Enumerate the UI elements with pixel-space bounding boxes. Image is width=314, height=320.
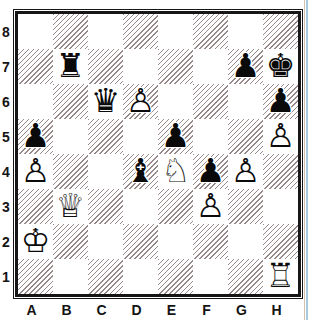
pawn-icon: ♟ <box>228 48 263 83</box>
square-c4 <box>88 154 123 189</box>
square-h6: ♟♟ <box>263 84 298 119</box>
square-f8 <box>193 14 228 49</box>
square-d4: ♝♝ <box>123 154 158 189</box>
square-b4 <box>53 154 88 189</box>
square-g7: ♟♟ <box>228 49 263 84</box>
piece-white-pawn-g4: ♟♙ <box>228 154 263 189</box>
piece-black-king-h7: ♚♚ <box>263 49 298 84</box>
piece-white-pawn-f3: ♟♙ <box>193 189 228 224</box>
square-h5: ♟♙ <box>263 119 298 154</box>
square-e1 <box>158 259 193 294</box>
square-b1 <box>53 259 88 294</box>
square-f6 <box>193 84 228 119</box>
square-e6 <box>158 84 193 119</box>
square-c1 <box>88 259 123 294</box>
knight-icon: ♘ <box>158 153 193 188</box>
square-d5 <box>123 119 158 154</box>
rank-label-8: 8 <box>0 14 12 49</box>
piece-white-king-a2: ♚♔ <box>18 224 53 259</box>
piece-white-pawn-a4: ♟♙ <box>18 154 53 189</box>
piece-black-pawn-f4: ♟♟ <box>193 154 228 189</box>
square-b8 <box>53 14 88 49</box>
file-label-g: G <box>224 301 259 319</box>
square-e8 <box>158 14 193 49</box>
square-d7 <box>123 49 158 84</box>
queen-icon: ♛ <box>88 83 123 118</box>
rook-icon: ♖ <box>263 258 298 293</box>
square-g6 <box>228 84 263 119</box>
square-g4: ♟♙ <box>228 154 263 189</box>
square-c2 <box>88 224 123 259</box>
square-g1 <box>228 259 263 294</box>
square-c7 <box>88 49 123 84</box>
square-f4: ♟♟ <box>193 154 228 189</box>
pawn-icon: ♙ <box>123 83 158 118</box>
square-a8 <box>18 14 53 49</box>
square-e2 <box>158 224 193 259</box>
square-h1: ♜♖ <box>263 259 298 294</box>
square-a7 <box>18 49 53 84</box>
board-frame: ♜♜♟♟♚♚♛♛♟♙♟♟♟♟♟♟♟♙♟♙♝♝♞♘♟♟♟♙♛♕♟♙♚♔♜♖ <box>13 9 303 299</box>
pawn-icon: ♙ <box>18 153 53 188</box>
file-label-h: H <box>259 301 294 319</box>
square-a4: ♟♙ <box>18 154 53 189</box>
rank-label-1: 1 <box>0 259 12 294</box>
square-b3: ♛♕ <box>53 189 88 224</box>
square-d3 <box>123 189 158 224</box>
square-g2 <box>228 224 263 259</box>
square-e5: ♟♟ <box>158 119 193 154</box>
square-h2 <box>263 224 298 259</box>
piece-black-pawn-a5: ♟♟ <box>18 119 53 154</box>
piece-black-pawn-g7: ♟♟ <box>228 49 263 84</box>
square-b7: ♜♜ <box>53 49 88 84</box>
pawn-icon: ♟ <box>18 118 53 153</box>
pawn-icon: ♟ <box>158 118 193 153</box>
pawn-icon: ♙ <box>228 153 263 188</box>
image-border-tan-line <box>304 0 305 320</box>
piece-white-pawn-h5: ♟♙ <box>263 119 298 154</box>
square-a6 <box>18 84 53 119</box>
square-h8 <box>263 14 298 49</box>
square-c6: ♛♛ <box>88 84 123 119</box>
rank-label-6: 6 <box>0 84 12 119</box>
square-d8 <box>123 14 158 49</box>
square-h7: ♚♚ <box>263 49 298 84</box>
square-a5: ♟♟ <box>18 119 53 154</box>
rank-label-5: 5 <box>0 119 12 154</box>
square-c8 <box>88 14 123 49</box>
square-f1 <box>193 259 228 294</box>
square-e4: ♞♘ <box>158 154 193 189</box>
image-border-blue-line <box>306 0 308 320</box>
board-grid: ♜♜♟♟♚♚♛♛♟♙♟♟♟♟♟♟♟♙♟♙♝♝♞♘♟♟♟♙♛♕♟♙♚♔♜♖ <box>18 14 298 294</box>
pawn-icon: ♙ <box>193 188 228 223</box>
queen-icon: ♕ <box>53 188 88 223</box>
square-d1 <box>123 259 158 294</box>
square-d6: ♟♙ <box>123 84 158 119</box>
square-a2: ♚♔ <box>18 224 53 259</box>
square-a1 <box>18 259 53 294</box>
square-c3 <box>88 189 123 224</box>
piece-black-pawn-h6: ♟♟ <box>263 84 298 119</box>
pawn-icon: ♟ <box>193 153 228 188</box>
file-label-b: B <box>49 301 84 319</box>
rank-label-4: 4 <box>0 154 12 189</box>
rank-label-3: 3 <box>0 189 12 224</box>
bishop-icon: ♝ <box>123 153 158 188</box>
square-e3 <box>158 189 193 224</box>
square-g5 <box>228 119 263 154</box>
file-label-d: D <box>119 301 154 319</box>
square-b2 <box>53 224 88 259</box>
piece-black-pawn-e5: ♟♟ <box>158 119 193 154</box>
file-label-e: E <box>154 301 189 319</box>
rook-icon: ♜ <box>53 48 88 83</box>
chess-diagram: 87654321 ♜♜♟♟♚♚♛♛♟♙♟♟♟♟♟♟♟♙♟♙♝♝♞♘♟♟♟♙♛♕♟… <box>0 0 314 320</box>
square-b6 <box>53 84 88 119</box>
file-labels: ABCDEFGH <box>14 301 294 319</box>
piece-white-queen-b3: ♛♕ <box>53 189 88 224</box>
board-inner-frame: ♜♜♟♟♚♚♛♛♟♙♟♟♟♟♟♟♟♙♟♙♝♝♞♘♟♟♟♙♛♕♟♙♚♔♜♖ <box>15 11 301 297</box>
rank-label-2: 2 <box>0 224 12 259</box>
square-g3 <box>228 189 263 224</box>
square-g8 <box>228 14 263 49</box>
square-e7 <box>158 49 193 84</box>
square-d2 <box>123 224 158 259</box>
square-f5 <box>193 119 228 154</box>
file-label-a: A <box>14 301 49 319</box>
piece-white-rook-h1: ♜♖ <box>263 259 298 294</box>
pawn-icon: ♟ <box>263 83 298 118</box>
file-label-f: F <box>189 301 224 319</box>
pawn-icon: ♙ <box>263 118 298 153</box>
file-label-c: C <box>84 301 119 319</box>
king-icon: ♚ <box>263 48 298 83</box>
piece-white-pawn-d6: ♟♙ <box>123 84 158 119</box>
square-b5 <box>53 119 88 154</box>
king-icon: ♔ <box>18 223 53 258</box>
piece-black-queen-c6: ♛♛ <box>88 84 123 119</box>
square-f2 <box>193 224 228 259</box>
square-a3 <box>18 189 53 224</box>
square-h4 <box>263 154 298 189</box>
piece-black-bishop-d4: ♝♝ <box>123 154 158 189</box>
square-f7 <box>193 49 228 84</box>
square-h3 <box>263 189 298 224</box>
rank-labels: 87654321 <box>0 14 12 294</box>
square-f3: ♟♙ <box>193 189 228 224</box>
square-c5 <box>88 119 123 154</box>
piece-white-knight-e4: ♞♘ <box>158 154 193 189</box>
rank-label-7: 7 <box>0 49 12 84</box>
piece-black-rook-b7: ♜♜ <box>53 49 88 84</box>
